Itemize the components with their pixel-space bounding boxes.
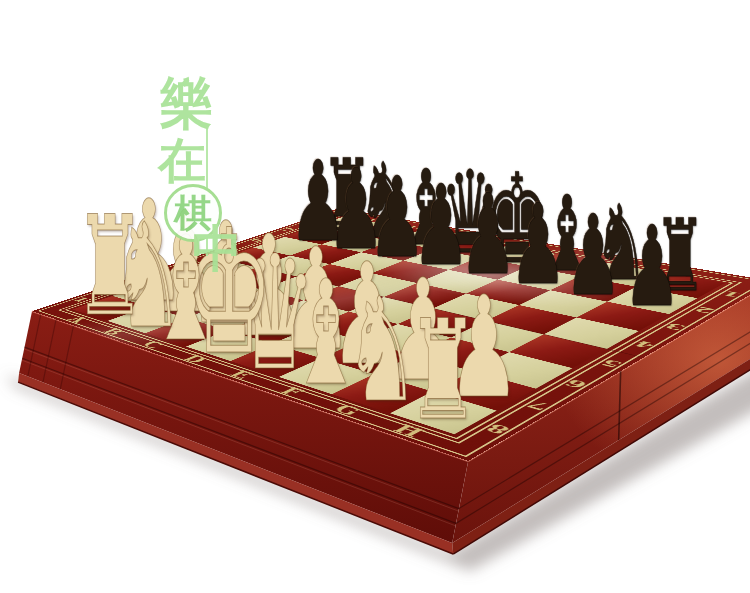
right-rank-label-5: 5 (597, 358, 625, 369)
right-rank-label-8: 8 (482, 422, 514, 436)
right-rank-label-6: 6 (561, 378, 590, 390)
right-rank-label-4: 4 (631, 340, 658, 350)
left-rank-label-8: 8 (308, 217, 327, 222)
left-rank-label-3: 3 (147, 271, 168, 277)
left-rank-label-7: 7 (279, 227, 298, 232)
file-label-F: F (276, 386, 306, 398)
right-rank-label-2: 2 (691, 306, 717, 315)
chess-set-photo: ABCDEFGH1234567887654321 ♜♞♝♛♚♝♞♜♟♟♟♟♟♟♟… (0, 0, 750, 593)
left-rank-label-5: 5 (216, 248, 236, 254)
file-label-A: A (65, 315, 90, 324)
right-rank-label-1: 1 (719, 290, 744, 298)
right-rank-label-7: 7 (523, 399, 553, 412)
file-label-C: C (139, 340, 166, 350)
file-label-D: D (180, 354, 210, 365)
left-rank-label-2: 2 (110, 283, 131, 290)
left-rank-label-1: 1 (71, 296, 93, 303)
left-rank-label-4: 4 (182, 259, 202, 265)
file-label-B: B (100, 327, 127, 337)
file-label-G: G (330, 403, 364, 417)
right-rank-label-3: 3 (662, 322, 689, 331)
left-rank-label-6: 6 (248, 237, 267, 242)
file-label-E: E (226, 369, 255, 380)
